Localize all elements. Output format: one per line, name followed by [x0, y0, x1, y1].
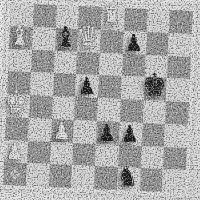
- square-f1[interactable]: ♞: [117, 167, 141, 191]
- square-h2[interactable]: [163, 146, 187, 170]
- square-h6[interactable]: [167, 56, 191, 80]
- piece-black-king-g5[interactable]: ♚: [142, 68, 167, 101]
- piece-white-king-a4[interactable]: ♚: [5, 85, 30, 118]
- square-b4[interactable]: [29, 95, 53, 119]
- square-d7[interactable]: ♛: [77, 29, 101, 53]
- square-b2[interactable]: [27, 140, 51, 164]
- corner-ornament: ❖: [8, 165, 22, 184]
- square-a4[interactable]: ♚: [6, 94, 30, 118]
- piece-white-rook-e8[interactable]: ♜: [102, 3, 123, 31]
- square-c5[interactable]: [53, 73, 77, 97]
- square-a2[interactable]: ♟: [4, 139, 28, 163]
- square-g8[interactable]: [146, 9, 170, 33]
- square-e6[interactable]: [99, 53, 123, 77]
- square-g4[interactable]: [142, 100, 166, 124]
- piece-white-pawn-c3[interactable]: ♟: [53, 118, 71, 142]
- piece-white-bishop-a7[interactable]: ♝: [9, 20, 31, 49]
- square-g1[interactable]: [139, 168, 163, 192]
- square-h3[interactable]: [164, 124, 188, 148]
- square-d5[interactable]: ♟: [75, 74, 99, 98]
- piece-black-bishop-c7[interactable]: ♝: [55, 22, 77, 51]
- square-c1[interactable]: [49, 164, 73, 188]
- square-f7[interactable]: ♟: [123, 31, 147, 55]
- square-b7[interactable]: [32, 27, 56, 51]
- square-a1[interactable]: ❖: [3, 162, 27, 186]
- square-g2[interactable]: [140, 145, 164, 169]
- square-e3[interactable]: ♟: [96, 121, 120, 145]
- square-h1[interactable]: [162, 169, 186, 193]
- square-e8[interactable]: ♜: [101, 7, 125, 31]
- square-b5[interactable]: [30, 72, 54, 96]
- chess-board: ♜♝♝♛♟♟♚♚♟♟♟♟❖♞: [3, 3, 193, 193]
- square-d4[interactable]: [74, 97, 98, 121]
- square-b8[interactable]: [33, 4, 57, 28]
- square-g5[interactable]: ♚: [143, 77, 167, 101]
- square-a7[interactable]: ♝: [9, 26, 33, 50]
- square-e1[interactable]: [94, 166, 118, 190]
- square-f5[interactable]: [121, 76, 145, 100]
- piece-black-knight-f1[interactable]: ♞: [117, 163, 138, 191]
- square-h8[interactable]: [169, 10, 193, 34]
- square-b3[interactable]: [28, 118, 52, 142]
- chessboard-photo: ♜♝♝♛♟♟♚♚♟♟♟♟❖♞: [0, 0, 200, 200]
- piece-black-pawn-f7[interactable]: ♟: [125, 30, 143, 54]
- square-b1[interactable]: [26, 163, 50, 187]
- square-f3[interactable]: ♟: [119, 122, 143, 146]
- square-g7[interactable]: [145, 32, 169, 56]
- square-c7[interactable]: ♝: [55, 28, 79, 52]
- piece-black-pawn-e3[interactable]: ♟: [98, 120, 116, 144]
- piece-white-queen-d7[interactable]: ♛: [76, 21, 100, 53]
- board-border: ♜♝♝♛♟♟♚♚♟♟♟♟❖♞: [0, 0, 198, 198]
- piece-black-pawn-d5[interactable]: ♟: [77, 73, 95, 97]
- square-d1[interactable]: [71, 165, 95, 189]
- square-d2[interactable]: [72, 142, 96, 166]
- square-h7[interactable]: [168, 33, 192, 57]
- square-h5[interactable]: [166, 78, 190, 102]
- piece-white-pawn-a2[interactable]: ♟: [6, 139, 24, 163]
- square-h4[interactable]: [165, 101, 189, 125]
- square-b6[interactable]: [31, 50, 55, 74]
- piece-black-pawn-f3[interactable]: ♟: [121, 121, 139, 145]
- square-d3[interactable]: [73, 120, 97, 144]
- square-e7[interactable]: [100, 30, 124, 54]
- square-e5[interactable]: [98, 75, 122, 99]
- square-g3[interactable]: [141, 123, 165, 147]
- square-c3[interactable]: ♟: [51, 119, 75, 143]
